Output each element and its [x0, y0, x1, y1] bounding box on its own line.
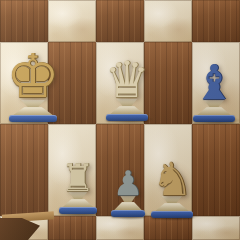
queen-glyph: ♛: [105, 57, 150, 103]
piece-bishop[interactable]: ♝: [192, 56, 236, 122]
king-glyph: ♚: [6, 49, 60, 104]
square-r0c3[interactable]: [144, 0, 192, 42]
piece-king[interactable]: ♚: [7, 44, 59, 122]
rook-pedestal-ring: [59, 207, 97, 214]
bishop-pedestal-ring: [193, 115, 234, 122]
piece-knight[interactable]: ♞: [150, 154, 194, 218]
square-r2c0[interactable]: [0, 124, 48, 216]
square-r1c3[interactable]: [144, 42, 192, 124]
rook-pedestal-foot: [63, 199, 93, 207]
king-pedestal-ring: [9, 115, 58, 122]
knight-glyph: ♞: [151, 158, 192, 200]
piece-queen[interactable]: ♛: [105, 53, 149, 121]
square-r3c1[interactable]: [48, 216, 96, 240]
square-r0c0[interactable]: [0, 0, 48, 42]
square-r0c4[interactable]: [192, 0, 240, 42]
pawn-pedestal-ring: [111, 210, 145, 217]
rook-glyph: ♜: [61, 161, 95, 196]
piece-rook[interactable]: ♜: [58, 158, 98, 214]
queen-pedestal-ring: [106, 114, 147, 121]
pawn-glyph: ♟: [113, 168, 143, 199]
bishop-glyph: ♝: [192, 60, 235, 104]
square-r0c2[interactable]: [96, 0, 144, 42]
square-r2c4[interactable]: [192, 124, 240, 216]
square-r0c1[interactable]: [48, 0, 96, 42]
pawn-pedestal-foot: [114, 202, 141, 210]
knight-pedestal-ring: [151, 211, 192, 218]
chess-board: ♚♛♝♜♟♞: [0, 0, 240, 240]
board-photo: ♚♛♝♜♟♞: [0, 0, 240, 240]
piece-pawn[interactable]: ♟: [110, 165, 146, 217]
